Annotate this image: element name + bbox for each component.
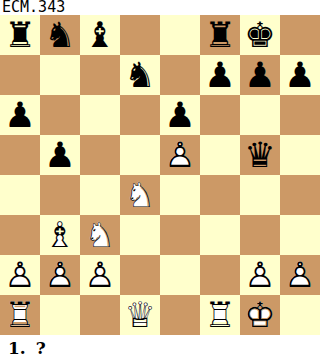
square-f5[interactable] — [200, 135, 240, 175]
square-d4[interactable]: ♞♘ — [120, 175, 160, 215]
square-b4[interactable] — [40, 175, 80, 215]
white-knight: ♞♘ — [80, 215, 120, 255]
square-f6[interactable] — [200, 95, 240, 135]
square-d5[interactable] — [120, 135, 160, 175]
square-g7[interactable]: ♟ — [240, 55, 280, 95]
square-h2[interactable]: ♟♙ — [280, 255, 320, 295]
square-d3[interactable] — [120, 215, 160, 255]
black-knight: ♞ — [120, 55, 160, 95]
black-king: ♚ — [240, 15, 280, 55]
square-e8[interactable] — [160, 15, 200, 55]
square-a8[interactable]: ♜ — [0, 15, 40, 55]
white-bishop: ♝♗ — [40, 215, 80, 255]
square-c4[interactable] — [80, 175, 120, 215]
square-b1[interactable] — [40, 295, 80, 335]
square-b2[interactable]: ♟♙ — [40, 255, 80, 295]
square-c8[interactable]: ♝ — [80, 15, 120, 55]
black-pawn: ♟ — [160, 95, 200, 135]
square-b3[interactable]: ♝♗ — [40, 215, 80, 255]
white-pawn: ♟♙ — [40, 255, 80, 295]
square-c5[interactable] — [80, 135, 120, 175]
square-b5[interactable]: ♟ — [40, 135, 80, 175]
square-g5[interactable]: ♛ — [240, 135, 280, 175]
black-pawn: ♟ — [0, 95, 40, 135]
square-e1[interactable] — [160, 295, 200, 335]
move-prompt: 1. ? — [8, 338, 46, 358]
square-d6[interactable] — [120, 95, 160, 135]
square-g3[interactable] — [240, 215, 280, 255]
square-a6[interactable]: ♟ — [0, 95, 40, 135]
white-pawn: ♟♙ — [160, 135, 200, 175]
square-f8[interactable]: ♜ — [200, 15, 240, 55]
square-d2[interactable] — [120, 255, 160, 295]
black-pawn: ♟ — [280, 55, 320, 95]
square-h6[interactable] — [280, 95, 320, 135]
square-a7[interactable] — [0, 55, 40, 95]
chess-puzzle-window: ECM.343 ♜♞♝♜♚♞♟♟♟♟♟♟♟♙♛♞♘♝♗♞♘♟♙♟♙♟♙♟♙♟♙♜… — [0, 0, 320, 360]
square-h1[interactable] — [280, 295, 320, 335]
square-e3[interactable] — [160, 215, 200, 255]
square-e2[interactable] — [160, 255, 200, 295]
black-pawn: ♟ — [40, 135, 80, 175]
black-knight: ♞ — [40, 15, 80, 55]
square-h8[interactable] — [280, 15, 320, 55]
square-f1[interactable]: ♜♖ — [200, 295, 240, 335]
black-bishop: ♝ — [80, 15, 120, 55]
square-d7[interactable]: ♞ — [120, 55, 160, 95]
square-a4[interactable] — [0, 175, 40, 215]
square-g4[interactable] — [240, 175, 280, 215]
black-pawn: ♟ — [240, 55, 280, 95]
square-h5[interactable] — [280, 135, 320, 175]
square-h7[interactable]: ♟ — [280, 55, 320, 95]
square-g8[interactable]: ♚ — [240, 15, 280, 55]
square-h3[interactable] — [280, 215, 320, 255]
white-pawn: ♟♙ — [0, 255, 40, 295]
white-rook: ♜♖ — [200, 295, 240, 335]
square-f3[interactable] — [200, 215, 240, 255]
square-c6[interactable] — [80, 95, 120, 135]
square-g2[interactable]: ♟♙ — [240, 255, 280, 295]
square-c1[interactable] — [80, 295, 120, 335]
white-rook: ♜♖ — [0, 295, 40, 335]
square-a5[interactable] — [0, 135, 40, 175]
white-king: ♚♔ — [240, 295, 280, 335]
white-pawn: ♟♙ — [80, 255, 120, 295]
square-f4[interactable] — [200, 175, 240, 215]
square-b7[interactable] — [40, 55, 80, 95]
square-a2[interactable]: ♟♙ — [0, 255, 40, 295]
white-pawn: ♟♙ — [240, 255, 280, 295]
square-e7[interactable] — [160, 55, 200, 95]
square-b8[interactable]: ♞ — [40, 15, 80, 55]
black-rook: ♜ — [0, 15, 40, 55]
white-knight: ♞♘ — [120, 175, 160, 215]
square-f7[interactable]: ♟ — [200, 55, 240, 95]
square-d8[interactable] — [120, 15, 160, 55]
square-c7[interactable] — [80, 55, 120, 95]
black-pawn: ♟ — [200, 55, 240, 95]
square-g1[interactable]: ♚♔ — [240, 295, 280, 335]
black-queen: ♛ — [240, 135, 280, 175]
black-rook: ♜ — [200, 15, 240, 55]
square-c2[interactable]: ♟♙ — [80, 255, 120, 295]
square-g6[interactable] — [240, 95, 280, 135]
white-pawn: ♟♙ — [280, 255, 320, 295]
square-c3[interactable]: ♞♘ — [80, 215, 120, 255]
square-a1[interactable]: ♜♖ — [0, 295, 40, 335]
white-queen: ♛♕ — [120, 295, 160, 335]
puzzle-title: ECM.343 — [2, 0, 65, 15]
chess-board: ♜♞♝♜♚♞♟♟♟♟♟♟♟♙♛♞♘♝♗♞♘♟♙♟♙♟♙♟♙♟♙♜♖♛♕♜♖♚♔ — [0, 15, 320, 335]
square-f2[interactable] — [200, 255, 240, 295]
square-b6[interactable] — [40, 95, 80, 135]
square-a3[interactable] — [0, 215, 40, 255]
square-e5[interactable]: ♟♙ — [160, 135, 200, 175]
square-h4[interactable] — [280, 175, 320, 215]
square-e6[interactable]: ♟ — [160, 95, 200, 135]
square-e4[interactable] — [160, 175, 200, 215]
square-d1[interactable]: ♛♕ — [120, 295, 160, 335]
